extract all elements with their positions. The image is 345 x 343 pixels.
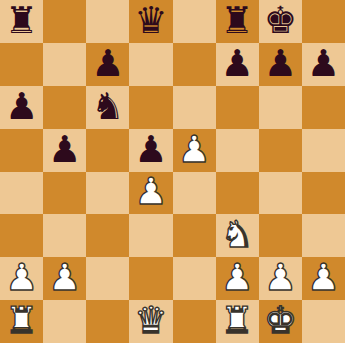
piece-black-pawn: ♟: [134, 131, 167, 168]
chess-board-wrapper: ♜♛♜♚♟♟♟♟♟♞♟♟♟♟♞♟♟♟♟♟♜♛♜♚: [0, 0, 345, 343]
piece-white-king: ♚: [264, 302, 297, 339]
square-c6[interactable]: ♞: [86, 86, 129, 129]
piece-black-knight: ♞: [91, 88, 124, 125]
square-b7[interactable]: [43, 43, 86, 86]
square-d2[interactable]: [129, 257, 172, 300]
square-f5[interactable]: [216, 129, 259, 172]
square-c7[interactable]: ♟: [86, 43, 129, 86]
square-h1[interactable]: [302, 300, 345, 343]
piece-white-pawn: ♟: [264, 259, 297, 296]
square-f4[interactable]: [216, 172, 259, 215]
piece-black-king: ♚: [264, 2, 297, 39]
square-b6[interactable]: [43, 86, 86, 129]
square-a7[interactable]: [0, 43, 43, 86]
square-a1[interactable]: ♜: [0, 300, 43, 343]
square-b3[interactable]: [43, 214, 86, 257]
piece-black-pawn: ♟: [48, 131, 81, 168]
square-b2[interactable]: ♟: [43, 257, 86, 300]
square-e2[interactable]: [173, 257, 216, 300]
square-b1[interactable]: [43, 300, 86, 343]
square-g8[interactable]: ♚: [259, 0, 302, 43]
square-e8[interactable]: [173, 0, 216, 43]
piece-black-pawn: ♟: [91, 45, 124, 82]
piece-white-pawn: ♟: [221, 259, 254, 296]
piece-black-queen: ♛: [134, 2, 167, 39]
square-d7[interactable]: [129, 43, 172, 86]
square-e1[interactable]: [173, 300, 216, 343]
square-e7[interactable]: [173, 43, 216, 86]
square-d8[interactable]: ♛: [129, 0, 172, 43]
square-d6[interactable]: [129, 86, 172, 129]
piece-white-knight: ♞: [221, 216, 254, 253]
square-h7[interactable]: ♟: [302, 43, 345, 86]
square-e6[interactable]: [173, 86, 216, 129]
piece-black-rook: ♜: [221, 2, 254, 39]
square-e3[interactable]: [173, 214, 216, 257]
piece-black-pawn: ♟: [264, 45, 297, 82]
square-h4[interactable]: [302, 172, 345, 215]
square-b5[interactable]: ♟: [43, 129, 86, 172]
piece-white-pawn: ♟: [48, 259, 81, 296]
square-h3[interactable]: [302, 214, 345, 257]
square-g1[interactable]: ♚: [259, 300, 302, 343]
square-g6[interactable]: [259, 86, 302, 129]
square-d4[interactable]: ♟: [129, 172, 172, 215]
square-c4[interactable]: [86, 172, 129, 215]
square-d3[interactable]: [129, 214, 172, 257]
square-c1[interactable]: [86, 300, 129, 343]
square-f7[interactable]: ♟: [216, 43, 259, 86]
piece-white-pawn: ♟: [177, 131, 210, 168]
square-d1[interactable]: ♛: [129, 300, 172, 343]
piece-white-pawn: ♟: [5, 259, 38, 296]
square-e4[interactable]: [173, 172, 216, 215]
square-a3[interactable]: [0, 214, 43, 257]
square-f3[interactable]: ♞: [216, 214, 259, 257]
square-h2[interactable]: ♟: [302, 257, 345, 300]
square-f8[interactable]: ♜: [216, 0, 259, 43]
square-c3[interactable]: [86, 214, 129, 257]
piece-white-rook: ♜: [5, 302, 38, 339]
square-a8[interactable]: ♜: [0, 0, 43, 43]
square-h6[interactable]: [302, 86, 345, 129]
square-g4[interactable]: [259, 172, 302, 215]
square-f1[interactable]: ♜: [216, 300, 259, 343]
square-b4[interactable]: [43, 172, 86, 215]
piece-black-pawn: ♟: [221, 45, 254, 82]
square-h8[interactable]: [302, 0, 345, 43]
square-b8[interactable]: [43, 0, 86, 43]
square-f2[interactable]: ♟: [216, 257, 259, 300]
square-f6[interactable]: [216, 86, 259, 129]
square-g5[interactable]: [259, 129, 302, 172]
piece-white-pawn: ♟: [307, 259, 340, 296]
square-e5[interactable]: ♟: [173, 129, 216, 172]
square-c2[interactable]: [86, 257, 129, 300]
square-h5[interactable]: [302, 129, 345, 172]
square-g2[interactable]: ♟: [259, 257, 302, 300]
square-c8[interactable]: [86, 0, 129, 43]
piece-black-pawn: ♟: [307, 45, 340, 82]
piece-black-rook: ♜: [5, 2, 38, 39]
piece-white-queen: ♛: [134, 302, 167, 339]
square-g7[interactable]: ♟: [259, 43, 302, 86]
square-a2[interactable]: ♟: [0, 257, 43, 300]
piece-white-rook: ♜: [221, 302, 254, 339]
square-c5[interactable]: [86, 129, 129, 172]
chess-board: ♜♛♜♚♟♟♟♟♟♞♟♟♟♟♞♟♟♟♟♟♜♛♜♚: [0, 0, 345, 343]
square-a6[interactable]: ♟: [0, 86, 43, 129]
piece-white-pawn: ♟: [134, 173, 167, 210]
square-a5[interactable]: [0, 129, 43, 172]
piece-black-pawn: ♟: [5, 88, 38, 125]
square-a4[interactable]: [0, 172, 43, 215]
square-g3[interactable]: [259, 214, 302, 257]
square-d5[interactable]: ♟: [129, 129, 172, 172]
